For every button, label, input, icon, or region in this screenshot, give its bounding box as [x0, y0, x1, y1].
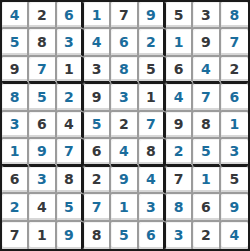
cell-r6c1[interactable]: 1 [2, 139, 29, 166]
cell-r6c4[interactable]: 6 [84, 139, 111, 166]
cell-r2c6[interactable]: 2 [139, 29, 166, 56]
cell-r7c7[interactable]: 7 [166, 167, 193, 194]
cell-r7c6[interactable]: 4 [139, 167, 166, 194]
cell-r1c7[interactable]: 5 [166, 2, 193, 29]
cell-r6c5[interactable]: 4 [111, 139, 138, 166]
cell-r7c4[interactable]: 2 [84, 167, 111, 194]
cell-r9c7[interactable]: 3 [166, 222, 193, 249]
cell-r3c5[interactable]: 8 [111, 57, 138, 84]
cell-r7c3[interactable]: 8 [57, 167, 84, 194]
cell-r8c9[interactable]: 9 [221, 194, 248, 221]
cell-r2c9[interactable]: 7 [221, 29, 248, 56]
cell-r1c9[interactable]: 8 [221, 2, 248, 29]
cell-r2c8[interactable]: 9 [193, 29, 220, 56]
cell-r3c6[interactable]: 5 [139, 57, 166, 84]
cell-r4c6[interactable]: 1 [139, 84, 166, 111]
cell-r9c8[interactable]: 2 [193, 222, 220, 249]
cell-r7c9[interactable]: 5 [221, 167, 248, 194]
cell-r1c8[interactable]: 3 [193, 2, 220, 29]
cell-r1c1[interactable]: 4 [2, 2, 29, 29]
cell-r8c6[interactable]: 3 [139, 194, 166, 221]
cell-r1c3[interactable]: 6 [57, 2, 84, 29]
cell-r6c2[interactable]: 9 [29, 139, 56, 166]
cell-r9c2[interactable]: 1 [29, 222, 56, 249]
cell-r5c9[interactable]: 1 [221, 112, 248, 139]
cell-r1c6[interactable]: 9 [139, 2, 166, 29]
cell-r7c5[interactable]: 9 [111, 167, 138, 194]
cell-r4c8[interactable]: 7 [193, 84, 220, 111]
cell-r6c8[interactable]: 5 [193, 139, 220, 166]
cell-r9c4[interactable]: 8 [84, 222, 111, 249]
cell-r2c5[interactable]: 6 [111, 29, 138, 56]
cell-r8c1[interactable]: 2 [2, 194, 29, 221]
cell-r6c6[interactable]: 8 [139, 139, 166, 166]
cell-r4c7[interactable]: 4 [166, 84, 193, 111]
cell-r4c2[interactable]: 5 [29, 84, 56, 111]
cell-r3c2[interactable]: 7 [29, 57, 56, 84]
cell-r8c8[interactable]: 6 [193, 194, 220, 221]
cell-r3c4[interactable]: 3 [84, 57, 111, 84]
cell-r1c4[interactable]: 1 [84, 2, 111, 29]
cell-r6c3[interactable]: 7 [57, 139, 84, 166]
cell-r1c5[interactable]: 7 [111, 2, 138, 29]
cell-r9c9[interactable]: 4 [221, 222, 248, 249]
cell-r8c2[interactable]: 4 [29, 194, 56, 221]
cell-r9c6[interactable]: 6 [139, 222, 166, 249]
cell-r4c1[interactable]: 8 [2, 84, 29, 111]
cell-r7c8[interactable]: 1 [193, 167, 220, 194]
cell-r4c5[interactable]: 3 [111, 84, 138, 111]
cell-r1c2[interactable]: 2 [29, 2, 56, 29]
cell-r9c3[interactable]: 9 [57, 222, 84, 249]
cell-r8c7[interactable]: 8 [166, 194, 193, 221]
cell-r7c1[interactable]: 6 [2, 167, 29, 194]
cell-r2c3[interactable]: 3 [57, 29, 84, 56]
cell-r3c8[interactable]: 4 [193, 57, 220, 84]
cell-r5c2[interactable]: 6 [29, 112, 56, 139]
cell-r5c5[interactable]: 2 [111, 112, 138, 139]
cell-r9c5[interactable]: 5 [111, 222, 138, 249]
cell-r7c2[interactable]: 3 [29, 167, 56, 194]
cell-r4c9[interactable]: 6 [221, 84, 248, 111]
sudoku-board: 4261795385834621979713856428529314763645… [0, 0, 250, 251]
cell-r2c2[interactable]: 8 [29, 29, 56, 56]
cell-r8c4[interactable]: 7 [84, 194, 111, 221]
cell-r5c6[interactable]: 7 [139, 112, 166, 139]
cell-r5c3[interactable]: 4 [57, 112, 84, 139]
cell-r5c1[interactable]: 3 [2, 112, 29, 139]
cell-r3c7[interactable]: 6 [166, 57, 193, 84]
cell-r3c3[interactable]: 1 [57, 57, 84, 84]
cell-r2c7[interactable]: 1 [166, 29, 193, 56]
cell-r5c4[interactable]: 5 [84, 112, 111, 139]
cell-r5c7[interactable]: 9 [166, 112, 193, 139]
cell-r2c4[interactable]: 4 [84, 29, 111, 56]
cell-r4c3[interactable]: 2 [57, 84, 84, 111]
cell-r6c9[interactable]: 3 [221, 139, 248, 166]
cell-r3c9[interactable]: 2 [221, 57, 248, 84]
cell-r8c5[interactable]: 1 [111, 194, 138, 221]
cell-r4c4[interactable]: 9 [84, 84, 111, 111]
cell-r2c1[interactable]: 5 [2, 29, 29, 56]
cell-r5c8[interactable]: 8 [193, 112, 220, 139]
cell-r9c1[interactable]: 7 [2, 222, 29, 249]
cell-r3c1[interactable]: 9 [2, 57, 29, 84]
cell-r8c3[interactable]: 5 [57, 194, 84, 221]
cell-r6c7[interactable]: 2 [166, 139, 193, 166]
